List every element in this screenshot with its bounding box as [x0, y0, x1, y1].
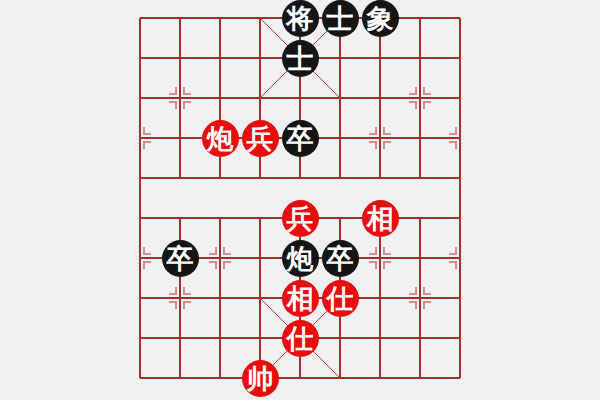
piece-red-advisor[interactable]: 仕 — [322, 280, 359, 317]
piece-red-advisor[interactable]: 仕 — [282, 320, 319, 357]
piece-red-soldier[interactable]: 兵 — [242, 120, 279, 157]
xiangqi-board: 将士象士炮兵卒兵相卒炮卒相仕仕帅 — [120, 0, 480, 398]
piece-red-general[interactable]: 帅 — [242, 360, 279, 397]
piece-black-general[interactable]: 将 — [282, 0, 319, 37]
piece-red-elephant[interactable]: 相 — [362, 200, 399, 237]
board-area: 将士象士炮兵卒兵相卒炮卒相仕仕帅 — [0, 0, 600, 400]
piece-black-advisor[interactable]: 士 — [322, 0, 359, 37]
piece-black-cannon[interactable]: 炮 — [282, 240, 319, 277]
piece-red-elephant[interactable]: 相 — [282, 280, 319, 317]
piece-black-soldier[interactable]: 卒 — [162, 240, 199, 277]
piece-black-advisor[interactable]: 士 — [282, 40, 319, 77]
piece-red-soldier[interactable]: 兵 — [282, 200, 319, 237]
piece-black-elephant[interactable]: 象 — [362, 0, 399, 37]
piece-red-cannon[interactable]: 炮 — [202, 120, 239, 157]
piece-black-soldier[interactable]: 卒 — [322, 240, 359, 277]
piece-black-soldier[interactable]: 卒 — [282, 120, 319, 157]
